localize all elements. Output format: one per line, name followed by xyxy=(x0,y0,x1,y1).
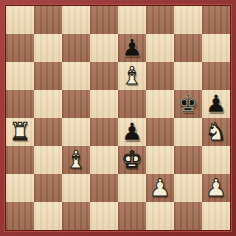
square-a3[interactable] xyxy=(6,146,34,174)
square-a4[interactable]: ♜ xyxy=(6,118,34,146)
square-b3[interactable] xyxy=(34,146,62,174)
square-d3[interactable] xyxy=(90,146,118,174)
square-e5[interactable] xyxy=(118,90,146,118)
square-a7[interactable] xyxy=(6,34,34,62)
square-d2[interactable] xyxy=(90,174,118,202)
square-g5[interactable]: ♚ xyxy=(174,90,202,118)
square-b2[interactable] xyxy=(34,174,62,202)
square-g7[interactable] xyxy=(174,34,202,62)
square-c6[interactable] xyxy=(62,62,90,90)
square-g1[interactable] xyxy=(174,202,202,230)
square-a1[interactable] xyxy=(6,202,34,230)
square-h5[interactable]: ♟ xyxy=(202,90,230,118)
piece-white-rook[interactable]: ♜ xyxy=(9,118,31,146)
square-b4[interactable] xyxy=(34,118,62,146)
square-a5[interactable] xyxy=(6,90,34,118)
square-e2[interactable] xyxy=(118,174,146,202)
square-a8[interactable] xyxy=(6,6,34,34)
square-g2[interactable] xyxy=(174,174,202,202)
square-h7[interactable] xyxy=(202,34,230,62)
square-h1[interactable] xyxy=(202,202,230,230)
piece-black-pawn[interactable]: ♟ xyxy=(121,118,143,146)
piece-white-king[interactable]: ♚ xyxy=(121,146,143,174)
square-b7[interactable] xyxy=(34,34,62,62)
piece-white-bishop[interactable]: ♝ xyxy=(65,146,87,174)
square-c4[interactable] xyxy=(62,118,90,146)
piece-black-pawn[interactable]: ♟ xyxy=(121,34,143,62)
square-g4[interactable] xyxy=(174,118,202,146)
piece-black-pawn[interactable]: ♟ xyxy=(205,90,227,118)
square-e4[interactable]: ♟ xyxy=(118,118,146,146)
square-d4[interactable] xyxy=(90,118,118,146)
piece-black-king[interactable]: ♚ xyxy=(177,90,199,118)
board-frame: ♟♝♚♟♜♟♞♝♚♟♟ xyxy=(0,0,236,236)
square-a2[interactable] xyxy=(6,174,34,202)
square-h4[interactable]: ♞ xyxy=(202,118,230,146)
chess-board: ♟♝♚♟♜♟♞♝♚♟♟ xyxy=(6,6,230,230)
square-g6[interactable] xyxy=(174,62,202,90)
square-f8[interactable] xyxy=(146,6,174,34)
square-f2[interactable]: ♟ xyxy=(146,174,174,202)
piece-white-knight[interactable]: ♞ xyxy=(205,118,227,146)
square-h2[interactable]: ♟ xyxy=(202,174,230,202)
square-d7[interactable] xyxy=(90,34,118,62)
square-e1[interactable] xyxy=(118,202,146,230)
square-f7[interactable] xyxy=(146,34,174,62)
square-c8[interactable] xyxy=(62,6,90,34)
square-h8[interactable] xyxy=(202,6,230,34)
square-b8[interactable] xyxy=(34,6,62,34)
square-f6[interactable] xyxy=(146,62,174,90)
square-d8[interactable] xyxy=(90,6,118,34)
square-d1[interactable] xyxy=(90,202,118,230)
square-c3[interactable]: ♝ xyxy=(62,146,90,174)
square-c5[interactable] xyxy=(62,90,90,118)
square-b6[interactable] xyxy=(34,62,62,90)
piece-white-pawn[interactable]: ♟ xyxy=(205,174,227,202)
piece-white-bishop[interactable]: ♝ xyxy=(121,62,143,90)
square-e3[interactable]: ♚ xyxy=(118,146,146,174)
square-c1[interactable] xyxy=(62,202,90,230)
square-e6[interactable]: ♝ xyxy=(118,62,146,90)
square-c7[interactable] xyxy=(62,34,90,62)
square-e8[interactable] xyxy=(118,6,146,34)
piece-white-pawn[interactable]: ♟ xyxy=(149,174,171,202)
square-g3[interactable] xyxy=(174,146,202,174)
square-d5[interactable] xyxy=(90,90,118,118)
square-f5[interactable] xyxy=(146,90,174,118)
square-f4[interactable] xyxy=(146,118,174,146)
square-c2[interactable] xyxy=(62,174,90,202)
square-g8[interactable] xyxy=(174,6,202,34)
square-f1[interactable] xyxy=(146,202,174,230)
square-h3[interactable] xyxy=(202,146,230,174)
square-a6[interactable] xyxy=(6,62,34,90)
square-d6[interactable] xyxy=(90,62,118,90)
square-f3[interactable] xyxy=(146,146,174,174)
square-h6[interactable] xyxy=(202,62,230,90)
square-b5[interactable] xyxy=(34,90,62,118)
square-b1[interactable] xyxy=(34,202,62,230)
square-e7[interactable]: ♟ xyxy=(118,34,146,62)
